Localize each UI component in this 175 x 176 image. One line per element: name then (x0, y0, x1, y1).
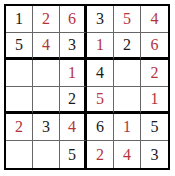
cell-r3c1[interactable] (6, 60, 33, 87)
cell-r3c6[interactable]: 2 (141, 60, 168, 87)
cell-r6c5[interactable]: 4 (114, 141, 141, 168)
cell-r3c3[interactable]: 1 (60, 60, 87, 87)
cell-r5c6[interactable]: 5 (141, 114, 168, 141)
cell-r4c3[interactable]: 2 (60, 87, 87, 114)
cell-r6c3[interactable]: 5 (60, 141, 87, 168)
sudoku-board-wrapper: 1 2 6 3 5 4 5 4 3 1 2 6 1 4 2 2 5 1 2 3 … (0, 0, 175, 174)
cell-r6c2[interactable] (33, 141, 60, 168)
cell-r4c2[interactable] (33, 87, 60, 114)
cell-r2c5[interactable]: 2 (114, 33, 141, 60)
cell-r6c6[interactable]: 3 (141, 141, 168, 168)
cell-r4c6[interactable]: 1 (141, 87, 168, 114)
cell-r1c6[interactable]: 4 (141, 6, 168, 33)
cell-r5c2[interactable]: 3 (33, 114, 60, 141)
cell-r1c2[interactable]: 2 (33, 6, 60, 33)
cell-r4c4[interactable]: 5 (87, 87, 114, 114)
cell-r5c3[interactable]: 4 (60, 114, 87, 141)
cell-r6c4[interactable]: 2 (87, 141, 114, 168)
cell-r3c5[interactable] (114, 60, 141, 87)
cell-r3c4[interactable]: 4 (87, 60, 114, 87)
cell-r1c1[interactable]: 1 (6, 6, 33, 33)
cell-r4c1[interactable] (6, 87, 33, 114)
sudoku-board: 1 2 6 3 5 4 5 4 3 1 2 6 1 4 2 2 5 1 2 3 … (4, 4, 170, 170)
cell-r5c5[interactable]: 1 (114, 114, 141, 141)
cell-r1c5[interactable]: 5 (114, 6, 141, 33)
cell-r5c1[interactable]: 2 (6, 114, 33, 141)
cell-r1c3[interactable]: 6 (60, 6, 87, 33)
cell-r2c4[interactable]: 1 (87, 33, 114, 60)
cell-r3c2[interactable] (33, 60, 60, 87)
cell-r1c4[interactable]: 3 (87, 6, 114, 33)
cell-r2c1[interactable]: 5 (6, 33, 33, 60)
cell-r6c1[interactable] (6, 141, 33, 168)
cell-r5c4[interactable]: 6 (87, 114, 114, 141)
cell-r2c6[interactable]: 6 (141, 33, 168, 60)
cell-r2c2[interactable]: 4 (33, 33, 60, 60)
cell-r4c5[interactable] (114, 87, 141, 114)
cell-r2c3[interactable]: 3 (60, 33, 87, 60)
